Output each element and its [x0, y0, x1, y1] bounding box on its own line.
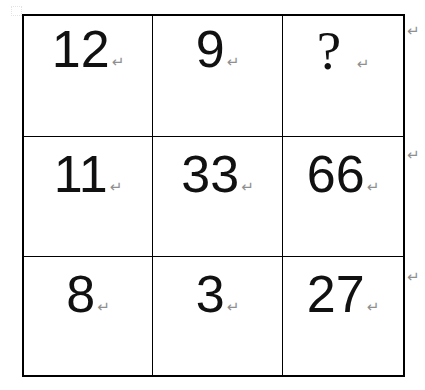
- paragraph-mark-icon: ↵: [227, 298, 240, 316]
- cell-value: 11: [54, 145, 108, 203]
- row-end-mark-icon: ↵: [407, 270, 420, 285]
- puzzle-table: 12↵9↵? ↵11↵33↵66↵8↵3↵27↵: [22, 14, 405, 377]
- cell-value: ?: [317, 20, 355, 81]
- cell-r2c2: 33↵: [153, 137, 283, 257]
- row-end-mark-icon: ↵: [407, 24, 420, 39]
- table-handle-artifact: [11, 6, 22, 16]
- cell-value: 12: [52, 20, 110, 78]
- cell-value: 66: [307, 145, 365, 203]
- document-page: 12↵9↵? ↵11↵33↵66↵8↵3↵27↵ ↵ ↵ ↵: [0, 0, 425, 390]
- cell-r3c2: 3↵: [153, 257, 283, 375]
- cell-value: 33: [181, 145, 239, 203]
- cell-r3c3: 27↵: [283, 257, 403, 375]
- paragraph-mark-icon: ↵: [97, 298, 110, 316]
- cell-value: 3: [196, 265, 225, 323]
- cell-value: 8: [66, 265, 95, 323]
- paragraph-mark-icon: ↵: [357, 55, 370, 73]
- row-end-mark-icon: ↵: [407, 148, 420, 163]
- paragraph-mark-icon: ↵: [367, 178, 380, 196]
- cell-r1c3: ? ↵: [283, 16, 403, 137]
- paragraph-mark-icon: ↵: [227, 53, 240, 71]
- paragraph-mark-icon: ↵: [367, 298, 380, 316]
- cell-value: 9: [196, 20, 225, 78]
- cell-r1c1: 12↵: [24, 16, 153, 137]
- cell-value: 27: [307, 265, 365, 323]
- cell-r3c1: 8↵: [24, 257, 153, 375]
- cell-r2c1: 11↵: [24, 137, 153, 257]
- paragraph-mark-icon: ↵: [110, 178, 123, 196]
- cell-r1c2: 9↵: [153, 16, 283, 137]
- cell-r2c3: 66↵: [283, 137, 403, 257]
- paragraph-mark-icon: ↵: [241, 178, 254, 196]
- paragraph-mark-icon: ↵: [112, 53, 125, 71]
